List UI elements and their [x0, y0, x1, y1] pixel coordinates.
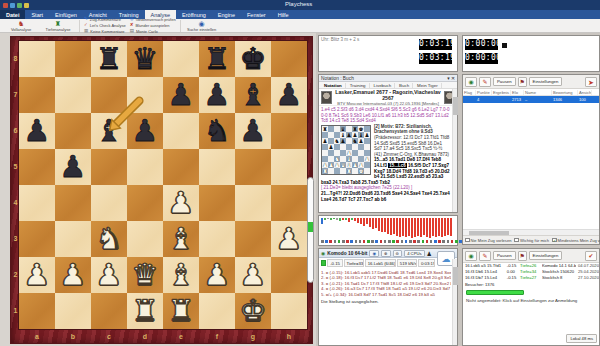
eval-bar	[342, 218, 344, 220]
flag-icon[interactable]: ⚑	[518, 251, 527, 261]
board-pane: 87654321 abcdefgh ♜♛♜♚♟♟♝♟♟♝♟♞♟♟♟♞♝♟♟♟♟♛…	[0, 33, 316, 346]
square-e6[interactable]	[163, 113, 199, 149]
move-marker	[413, 240, 416, 243]
eval-bar	[375, 218, 377, 228]
square-b7[interactable]	[55, 77, 91, 113]
to-move-indicator	[502, 43, 507, 48]
move-marker	[363, 240, 366, 243]
white-rook-e1[interactable]: ♜	[163, 293, 199, 329]
eval-bar	[387, 218, 389, 234]
square-c2[interactable]: ♟	[91, 257, 127, 293]
black-pawn-d6[interactable]: ♟	[127, 113, 163, 149]
notation-tab-training[interactable]: Training	[347, 83, 370, 88]
square-g4[interactable]	[235, 185, 271, 221]
rank-label-1: 1	[12, 293, 19, 329]
move-marker	[334, 240, 337, 243]
notation-body[interactable]: 1.e4 c5 2.Sf3 d6 3.d4 cxd4 4.Sxd4 Sf6 5.…	[319, 106, 457, 207]
black-bishop-g7[interactable]: ♝	[235, 77, 271, 113]
cpu-button[interactable]: 4 CPUs	[404, 250, 424, 257]
eval-bar	[393, 218, 395, 234]
engine-lock-icon[interactable]: ◉	[369, 250, 379, 257]
move-marker	[346, 240, 349, 243]
visitors-count: Besucher: 1376	[463, 282, 599, 287]
square-g8[interactable]: ♚	[235, 41, 271, 77]
eval-bar	[333, 218, 335, 219]
pause-button[interactable]: Pausen	[493, 251, 516, 260]
square-a4[interactable]	[19, 185, 55, 221]
file-label-g: g	[235, 331, 271, 343]
eval-bar	[360, 218, 362, 224]
notation-scrollbar[interactable]	[452, 89, 457, 212]
square-d7[interactable]	[127, 77, 163, 113]
black-pawn-g6[interactable]: ♟	[235, 113, 271, 149]
white-pawn-g2[interactable]: ♟	[235, 257, 271, 293]
black-knight-f6[interactable]: ♞	[199, 113, 235, 149]
square-b5[interactable]: ♟	[55, 149, 91, 185]
eval-bar	[354, 218, 356, 221]
square-f6[interactable]: ♞	[199, 113, 235, 149]
column-name[interactable]: Name	[524, 90, 552, 95]
white-clock-main: 0:03:19	[419, 39, 452, 50]
clock-pane-black: 0:00:00 0:00:00	[462, 35, 600, 72]
square-b4[interactable]	[55, 185, 91, 221]
connect-icon[interactable]: ◉	[465, 77, 477, 87]
move-marker	[388, 240, 391, 243]
move-marker	[392, 240, 395, 243]
square-g5[interactable]	[235, 149, 271, 185]
square-c4[interactable]	[91, 185, 127, 221]
ribbon-item-gewinnversuch-pr-fen[interactable]: ◎Gewinnversuch prüfen	[130, 17, 176, 22]
move-marker	[417, 240, 420, 243]
engine-running-led	[321, 260, 326, 266]
eval-bar	[417, 218, 419, 236]
move-marker	[384, 240, 387, 243]
eval-bar	[405, 218, 407, 237]
eval-bar	[426, 218, 428, 237]
column-bewertung[interactable]: Bewertung	[552, 90, 578, 95]
move-marker	[359, 240, 362, 243]
black-clock-total: 0:00:00	[465, 53, 498, 64]
checkbox[interactable]	[514, 238, 519, 243]
engine-depth: Tiefe=33	[344, 259, 364, 267]
settings-button[interactable]: Einstellungen	[529, 77, 563, 86]
ribbon-item-zug-kommentare[interactable]: ✎Zug-Kommentare	[84, 17, 126, 22]
option-wichtig-für-mich[interactable]: Wichtig für mich	[514, 238, 549, 243]
check-icon[interactable]: ✔	[585, 251, 597, 261]
square-c3[interactable]: ♞	[91, 221, 127, 257]
vollanalyse-icon: ♞	[18, 20, 24, 27]
square-g2[interactable]: ♟	[235, 257, 271, 293]
eval-bar	[351, 218, 353, 220]
move-marker	[371, 240, 374, 243]
cell: –	[524, 97, 552, 102]
white-pawn-a2[interactable]: ♟	[19, 257, 55, 293]
move-marker	[355, 240, 358, 243]
square-f2[interactable]: ♟	[199, 257, 235, 293]
move-marker	[442, 240, 445, 243]
spectators-selected-row[interactable]: 42713–1346100	[463, 96, 599, 103]
event-line: BTV Moscow International-03 (7) 22.05.19…	[334, 101, 442, 106]
eval-bar	[438, 218, 440, 236]
white-pawn-c2[interactable]: ♟	[91, 257, 127, 293]
move-marker	[422, 240, 425, 243]
eval-bar	[423, 218, 425, 235]
settings-button[interactable]: Einstellungen	[529, 251, 563, 260]
eval-bar	[363, 218, 365, 226]
black-queen-d8[interactable]: ♛	[127, 41, 163, 77]
pause-button[interactable]: Pausen	[493, 77, 516, 86]
engine-summary: Die Stellung ist ausgeglichen.	[319, 299, 457, 304]
item-icon: ✓	[84, 23, 88, 28]
square-h2[interactable]	[271, 257, 307, 293]
file-label-c: c	[91, 331, 127, 343]
square-e8[interactable]	[163, 41, 199, 77]
square-a6[interactable]: ♟	[19, 113, 55, 149]
clock-pane-white: Uhr: Blitz 3 m + 2 s 0:03:19 0:03:19	[318, 35, 458, 72]
eval-bar	[345, 218, 347, 220]
move-marker	[401, 240, 404, 243]
square-c6[interactable]: ♝	[91, 113, 127, 149]
eval-bar	[336, 218, 338, 220]
column-punkte[interactable]: Punkte	[476, 90, 492, 95]
spectators-toolbar: ◉ ✎ Pausen ⚑ Einstellungen ➤	[463, 75, 599, 89]
search-settings-button[interactable]: ◉ Suche einstellen	[185, 20, 219, 32]
save-icon[interactable]	[10, 3, 15, 8]
column-elo[interactable]: Elo	[511, 90, 524, 95]
notation-tab-livebuch[interactable]: Livebuch	[371, 83, 396, 88]
move-marker	[338, 240, 341, 243]
ribbon-item-let-s-check-analyse[interactable]: ✓Let's Check Analyse	[84, 23, 126, 28]
square-e2[interactable]: ♝	[163, 257, 199, 293]
move-marker	[342, 240, 345, 243]
move-marker	[438, 240, 441, 243]
notation-tab-mein-tiger[interactable]: Mein Tiger	[414, 83, 442, 88]
file-label-a: a	[19, 331, 55, 343]
checkbox[interactable]	[465, 238, 470, 243]
white-knight-c3[interactable]: ♞	[91, 221, 127, 257]
square-b3[interactable]	[55, 221, 91, 257]
board-grid[interactable]: ♜♛♜♚♟♟♝♟♟♝♟♞♟♟♟♞♝♟♟♟♟♛♝♟♟♜♜♚	[19, 41, 307, 329]
white-pawn-e4[interactable]: ♟	[163, 185, 199, 221]
square-g1[interactable]: ♚	[235, 293, 271, 329]
latency-button[interactable]: Lokal 48 ms	[566, 334, 597, 343]
square-d2[interactable]: ♛	[127, 257, 163, 293]
rank-label-5: 5	[12, 149, 19, 185]
eval-bar	[357, 218, 359, 223]
rank-label-7: 7	[12, 77, 19, 113]
engine-status-icon: ◉	[321, 251, 325, 256]
eval-bar	[324, 218, 326, 220]
square-d5[interactable]	[127, 149, 163, 185]
white-pawn-f2[interactable]: ♟	[199, 257, 235, 293]
black-pawn-e7[interactable]: ♟	[163, 77, 199, 113]
tab-start[interactable]: Start	[25, 10, 49, 19]
eval-graph-bars[interactable]	[321, 218, 455, 238]
lets-check-row-3[interactable]: 16.f3 Db7 15.Le4-0.15Tiefe=27Stockfish 8…	[463, 275, 599, 281]
eval-bar	[321, 218, 323, 224]
checkbox[interactable]: ✓	[552, 238, 557, 243]
eval-bar	[348, 218, 350, 222]
opening-moves[interactable]: 1.e4 c5 2.Sf3 d6 3.d4 cxd4 4.Sxd4 Sf6 5.…	[321, 107, 450, 123]
players-line: Lasker,Emanuel 2677 - Ragozin,Viacheslav…	[334, 89, 442, 101]
square-g6[interactable]: ♟	[235, 113, 271, 149]
file-label-d: d	[127, 331, 163, 343]
engine-time: 0:03:19	[418, 259, 435, 267]
square-h8[interactable]	[271, 41, 307, 77]
item-icon: ◎	[130, 17, 134, 22]
engine-variations[interactable]: 1. = (-0.15): 16.Lxb5 axb5 17.Dxd6 Dxd6 …	[319, 268, 457, 297]
eval-bar	[447, 218, 449, 235]
square-h1[interactable]	[271, 293, 307, 329]
square-b1[interactable]	[55, 293, 91, 329]
square-h4[interactable]	[271, 185, 307, 221]
option-mindestens-mein-zug-vorlesen[interactable]: ✓Mindestens Mein Zug vorlesen	[552, 238, 600, 243]
file-label-f: f	[199, 331, 235, 343]
rank-label-6: 6	[12, 113, 19, 149]
square-d1[interactable]: ♜	[127, 293, 163, 329]
square-a2[interactable]: ♟	[19, 257, 55, 293]
square-d6[interactable]: ♟	[127, 113, 163, 149]
square-d8[interactable]: ♛	[127, 41, 163, 77]
search-settings-icon: ◉	[199, 20, 205, 27]
square-g7[interactable]: ♝	[235, 77, 271, 113]
cell: 1346	[552, 97, 578, 102]
item-icon: ✘	[130, 23, 134, 28]
column-ansicht[interactable]: Ansicht	[578, 90, 592, 95]
annotation-note[interactable]: [ 21.De3= bleibt ausgeglichen 7e25 (22.L…	[321, 185, 412, 190]
eval-graph-pane	[318, 215, 458, 246]
mainline-end[interactable]: 21...Tg4?! 22.Dxd6 Dxd6 23.Txd6 Sxe4 24.…	[321, 191, 450, 202]
move-marker	[430, 240, 433, 243]
ribbon-separator	[79, 20, 80, 32]
current-move[interactable]: 15...Lc6	[388, 163, 407, 168]
eval-bar	[390, 218, 392, 235]
file-label-e: e	[163, 331, 199, 343]
app-icon	[3, 3, 8, 8]
square-g3[interactable]	[235, 221, 271, 257]
notation-pane-titlebar: Notation : Buch ▾ ✕	[319, 75, 457, 82]
square-h3[interactable]: ♟	[271, 221, 307, 257]
move-marker	[405, 240, 408, 243]
white-king-g1[interactable]: ♚	[235, 293, 271, 329]
column-ergebnis[interactable]: Ergebnis	[492, 90, 511, 95]
square-f5[interactable]	[199, 149, 235, 185]
file-label-b: b	[55, 331, 91, 343]
spectators-table-header: FlagPunkteErgebnisEloNameBewertungAnsich…	[463, 89, 599, 96]
progress-indicator	[308, 222, 313, 232]
move-marker	[455, 240, 458, 243]
ribbon-item-blunder-ausspielen[interactable]: ✘Blunder ausspielen	[130, 23, 176, 28]
engine-line-4[interactable]: 4. = (-0.26): 16.a3 Dc7 17.f3 Tfd8 18.Ta…	[321, 286, 451, 291]
white-rook: ♜	[347, 168, 352, 174]
flag-icon[interactable]: ⚑	[518, 77, 527, 87]
column-flag[interactable]: Flag	[463, 90, 476, 95]
eval-bar	[444, 218, 446, 236]
zoom-out-icon[interactable]: ⊖	[393, 250, 403, 257]
square-c5[interactable]	[91, 149, 127, 185]
tab-hilfe[interactable]: Hilfe	[272, 10, 295, 19]
black-pawn-f7[interactable]: ♟	[199, 77, 235, 113]
predecessor-note[interactable]: (Prädezessor: 12.f3 Dc7 13.Tfd1 Tfd8 14.…	[374, 135, 449, 157]
board-frame: 87654321 abcdefgh ♜♛♜♚♟♟♝♟♟♝♟♞♟♟♟♞♝♟♟♟♟♛…	[10, 36, 313, 344]
square-a3[interactable]	[19, 221, 55, 257]
eval-bar	[420, 218, 422, 237]
eval-bar	[378, 218, 380, 231]
notation-pane: Notation : Buch ▾ ✕ NotationTrainingLive…	[318, 74, 458, 213]
move-marker	[451, 240, 454, 243]
white-clock-total: 0:03:19	[419, 53, 452, 64]
white-pawn-b2[interactable]: ♟	[55, 257, 91, 293]
move-marker	[325, 240, 328, 243]
square-f7[interactable]: ♟	[199, 77, 235, 113]
file-label-h: h	[271, 331, 307, 343]
black-pawn-b5[interactable]: ♟	[55, 149, 91, 185]
engine-scrollbar[interactable]	[452, 259, 457, 345]
square-b6[interactable]	[55, 113, 91, 149]
move-marker	[321, 240, 324, 243]
square-c7[interactable]	[91, 77, 127, 113]
black-rook-c8[interactable]: ♜	[91, 41, 127, 77]
square-f1[interactable]	[199, 293, 235, 329]
game-header: Lasker,Emanuel 2677 - Ragozin,Viacheslav…	[319, 89, 457, 106]
square-f8[interactable]: ♜	[199, 41, 235, 77]
square-c8[interactable]: ♜	[91, 41, 127, 77]
eval-bar	[330, 218, 332, 220]
square-b8[interactable]	[55, 41, 91, 77]
eval-bar	[327, 218, 329, 219]
lets-check-toolbar: ◉ ✎ Pausen ⚑ Einstellungen ✔	[463, 249, 599, 263]
eval-bar	[450, 218, 452, 236]
eval-bar	[435, 218, 437, 237]
eval-bar	[369, 218, 371, 227]
eval-bar	[441, 218, 443, 237]
tab-engine[interactable]: Engine	[212, 10, 241, 19]
eval-bar	[414, 218, 416, 237]
notation-tab-buch[interactable]: Buch	[396, 83, 413, 88]
white-rook-d1[interactable]: ♜	[127, 293, 163, 329]
square-e5[interactable]	[163, 149, 199, 185]
square-e7[interactable]: ♟	[163, 77, 199, 113]
eval-bar	[366, 218, 368, 224]
rank-label-3: 3	[12, 221, 19, 257]
square-e1[interactable]: ♜	[163, 293, 199, 329]
eval-bar	[402, 218, 404, 236]
white-rook: ♜	[323, 168, 328, 174]
zoom-in-icon[interactable]: ⊕	[381, 250, 391, 257]
notation-pane-title: Notation : Buch	[321, 76, 354, 81]
connect-icon[interactable]: ◉	[465, 251, 477, 261]
square-d4[interactable]	[127, 185, 163, 221]
square-a5[interactable]	[19, 149, 55, 185]
tiefenanalyse-icon: ♜	[55, 20, 61, 27]
eval-bar	[372, 218, 374, 229]
cell: 2713	[511, 97, 524, 102]
spectators-options: Nie Mein Zug vorlesenWichtig für mich✓Mi…	[463, 235, 599, 244]
engine-speed: 519 kN/s	[397, 259, 417, 267]
move-marker	[409, 240, 412, 243]
cell: 100	[578, 97, 592, 102]
notation-tab-notation[interactable]: Notation	[321, 83, 346, 88]
move-marker	[396, 240, 399, 243]
lets-check-pane: ◉ ✎ Pausen ⚑ Einstellungen ✔ 16.Lxb5 a5 …	[462, 248, 600, 346]
move-marker	[329, 240, 332, 243]
square-c1[interactable]	[91, 293, 127, 329]
white-queen-d2[interactable]: ♛	[127, 257, 163, 293]
eval-bar	[432, 218, 434, 236]
white-bishop-e2[interactable]: ♝	[163, 257, 199, 293]
eval-bar	[411, 218, 413, 238]
eval-bar	[396, 218, 398, 236]
lets-check-progress	[466, 290, 524, 295]
square-f4[interactable]	[199, 185, 235, 221]
square-h7[interactable]: ♟	[271, 77, 307, 113]
titlebar: Playchess	[0, 0, 600, 10]
ribbon-button-tiefenanalyse[interactable]: ♜Tiefenanalyse	[41, 20, 75, 32]
eval-bar	[384, 218, 386, 232]
engine-eval: -0.15	[327, 259, 342, 267]
eval-bar	[429, 218, 431, 238]
ribbon-separator	[180, 20, 181, 32]
brush-icon[interactable]: ✎	[479, 251, 491, 261]
brush-icon[interactable]: ✎	[479, 77, 491, 87]
move-marker	[426, 240, 429, 243]
move-marker	[380, 240, 383, 243]
square-h5[interactable]	[271, 149, 307, 185]
option-nie-mein-zug-vorlesen[interactable]: Nie Mein Zug vorlesen	[465, 238, 511, 243]
move-marker	[434, 240, 437, 243]
tab-einfügen[interactable]: Einfügen	[49, 10, 83, 19]
move-quality-markers	[321, 240, 470, 243]
black-pawn-h7[interactable]: ♟	[271, 77, 307, 113]
tab-eröffnung[interactable]: Eröffnung	[176, 10, 212, 19]
redo-icon[interactable]	[24, 3, 29, 8]
white-pawn-h3[interactable]: ♟	[271, 221, 307, 257]
undo-icon[interactable]	[17, 3, 22, 8]
black-bishop-c6[interactable]: ♝	[91, 113, 127, 149]
square-a8[interactable]	[19, 41, 55, 77]
quick-access-toolbar[interactable]	[3, 3, 29, 8]
game-progress-slider[interactable]	[307, 177, 314, 283]
black-rook-f8[interactable]: ♜	[199, 41, 235, 77]
engine-name: Komodo 10 64-bit	[327, 251, 367, 256]
square-e4[interactable]: ♟	[163, 185, 199, 221]
ribbon-button-vollanalyse[interactable]: ♞Vollanalyse	[4, 20, 38, 32]
login-note: Nicht angemeldet: Klick auf Einstellunge…	[463, 298, 599, 303]
black-pawn-a6[interactable]: ♟	[19, 113, 55, 149]
pane-control-icons[interactable]: ▾ ✕	[447, 76, 455, 81]
side-pawn-icon: ♟	[427, 250, 432, 257]
window-title: Playchess	[285, 1, 312, 7]
white-bishop-e3[interactable]: ♝	[163, 221, 199, 257]
engine-line-5[interactable]: 5. =/+ (-0.34): 16.Dd3 Sd7 17.Tad1 Sc5 1…	[321, 292, 451, 297]
eval-bar	[381, 218, 383, 232]
lets-check-rows: 16.Lxb5 a5 15.Tfd1-0.15Tiefe=26Komodo 14…	[463, 263, 599, 281]
square-d3[interactable]	[127, 221, 163, 257]
square-f3[interactable]	[199, 221, 235, 257]
tab-fenster[interactable]: Fenster	[241, 10, 272, 19]
rank-label-2: 2	[12, 257, 19, 293]
square-b2[interactable]: ♟	[55, 257, 91, 293]
eval-bar	[399, 218, 401, 237]
white-player-photo	[321, 91, 332, 104]
square-a1[interactable]	[19, 293, 55, 329]
tab-datei[interactable]: Datei	[0, 10, 25, 19]
square-a7[interactable]	[19, 77, 55, 113]
forward-arrow-icon[interactable]: ➤	[585, 77, 597, 87]
square-e3[interactable]: ♝	[163, 221, 199, 257]
square-h6[interactable]	[271, 113, 307, 149]
black-king-g8[interactable]: ♚	[235, 41, 271, 77]
